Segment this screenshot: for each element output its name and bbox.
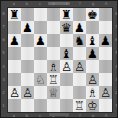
chess-board: ♜♜♚♟♛♟♟♟♞♝♟♝♟♗♙♙♘♖♙♙♙♕♗♙♖♔: [7, 7, 113, 113]
square-c8[interactable]: [34, 8, 47, 21]
square-c6[interactable]: ♟: [34, 34, 47, 47]
white-pawn-g3[interactable]: ♙: [87, 73, 98, 85]
rank-label-8-left: 8: [1, 7, 6, 20]
white-bishop-d4[interactable]: ♗: [48, 60, 59, 72]
square-c3[interactable]: ♘: [34, 73, 47, 86]
square-g1[interactable]: ♔: [86, 99, 99, 112]
black-rook-a8[interactable]: ♜: [9, 8, 20, 20]
rank-label-6-left: 6: [1, 34, 6, 47]
square-g3[interactable]: ♙: [86, 73, 99, 86]
white-queen-d2[interactable]: ♕: [48, 86, 59, 98]
square-h3[interactable]: [99, 73, 112, 86]
square-f6[interactable]: ♞: [73, 34, 86, 47]
black-knight-f6[interactable]: ♞: [74, 34, 85, 46]
square-b8[interactable]: [21, 8, 34, 21]
rank-label-5-left: 5: [1, 47, 6, 60]
square-d2[interactable]: ♕: [47, 86, 60, 99]
square-b1[interactable]: [21, 99, 34, 112]
file-label-g-top: g: [87, 2, 100, 6]
white-pawn-f4[interactable]: ♙: [74, 60, 85, 72]
square-b6[interactable]: [21, 34, 34, 47]
square-e3[interactable]: [60, 73, 73, 86]
square-c1[interactable]: [34, 99, 47, 112]
square-f3[interactable]: [73, 73, 86, 86]
square-e7[interactable]: ♛: [60, 21, 73, 34]
square-a3[interactable]: [8, 73, 21, 86]
square-e4[interactable]: ♙: [60, 60, 73, 73]
file-label-c-top: c: [34, 2, 47, 6]
black-pawn-b7[interactable]: ♟: [22, 21, 33, 33]
square-h4[interactable]: [99, 60, 112, 73]
white-pawn-a2[interactable]: ♙: [9, 86, 20, 98]
square-f5[interactable]: [73, 47, 86, 60]
file-label-g-bottom: g: [87, 114, 100, 118]
square-g8[interactable]: ♚: [86, 8, 99, 21]
file-label-f-bottom: f: [73, 114, 86, 118]
square-d3[interactable]: ♖: [47, 73, 60, 86]
file-label-d-top: d: [47, 2, 60, 6]
square-a5[interactable]: [8, 47, 21, 60]
square-h1[interactable]: [99, 99, 112, 112]
black-pawn-g5[interactable]: ♟: [87, 47, 98, 59]
square-h2[interactable]: ♙: [99, 86, 112, 99]
square-b3[interactable]: [21, 73, 34, 86]
rank-label-3-left: 3: [1, 73, 6, 86]
rank-label-1-left: 1: [1, 100, 6, 113]
white-pawn-h2[interactable]: ♙: [100, 86, 111, 98]
square-a8[interactable]: ♜: [8, 8, 21, 21]
black-pawn-c6[interactable]: ♟: [35, 34, 46, 46]
square-d8[interactable]: [47, 8, 60, 21]
rank-label-7-right: 7: [114, 20, 118, 33]
square-b5[interactable]: [21, 47, 34, 60]
black-king-g8[interactable]: ♚: [87, 8, 98, 20]
black-pawn-h6[interactable]: ♟: [100, 34, 111, 46]
square-d4[interactable]: ♗: [47, 60, 60, 73]
black-rook-e8[interactable]: ♜: [61, 8, 72, 20]
white-bishop-g2[interactable]: ♗: [87, 86, 98, 98]
square-h7[interactable]: [99, 21, 112, 34]
file-label-c-bottom: c: [34, 114, 47, 118]
file-label-a-bottom: a: [7, 114, 20, 118]
rank-label-2-left: 2: [1, 87, 6, 100]
square-f8[interactable]: [73, 8, 86, 21]
square-e5[interactable]: ♝: [60, 47, 73, 60]
square-h5[interactable]: [99, 47, 112, 60]
white-rook-f1[interactable]: ♖: [74, 99, 85, 111]
square-a1[interactable]: [8, 99, 21, 112]
square-e1[interactable]: [60, 99, 73, 112]
square-g7[interactable]: [86, 21, 99, 34]
square-a2[interactable]: ♙: [8, 86, 21, 99]
rank-label-1-right: 1: [114, 100, 118, 113]
square-f4[interactable]: ♙: [73, 60, 86, 73]
square-a6[interactable]: ♟: [8, 34, 21, 47]
square-g2[interactable]: ♗: [86, 86, 99, 99]
white-knight-c3[interactable]: ♘: [35, 73, 46, 85]
square-h6[interactable]: ♟: [99, 34, 112, 47]
rank-label-4-left: 4: [1, 60, 6, 73]
bottom-border-watermark: [49, 113, 69, 116]
square-f2[interactable]: [73, 86, 86, 99]
black-bishop-g6[interactable]: ♝: [87, 34, 98, 46]
square-a4[interactable]: [8, 60, 21, 73]
square-c7[interactable]: [34, 21, 47, 34]
square-d7[interactable]: [47, 21, 60, 34]
square-e8[interactable]: ♜: [60, 8, 73, 21]
rank-label-6-right: 6: [114, 34, 118, 47]
rank-label-3-right: 3: [114, 73, 118, 86]
black-pawn-a6[interactable]: ♟: [9, 34, 20, 46]
square-f7[interactable]: ♟: [73, 21, 86, 34]
square-c2[interactable]: [34, 86, 47, 99]
file-label-b-bottom: b: [20, 114, 33, 118]
file-label-a-top: a: [7, 2, 20, 6]
square-d5[interactable]: [47, 47, 60, 60]
square-d1[interactable]: [47, 99, 60, 112]
white-king-g1[interactable]: ♔: [87, 99, 98, 111]
square-c4[interactable]: [34, 60, 47, 73]
square-d6[interactable]: [47, 34, 60, 47]
file-label-f-top: f: [73, 2, 86, 6]
black-bishop-e5[interactable]: ♝: [61, 47, 72, 59]
white-rook-d3[interactable]: ♖: [48, 73, 59, 85]
black-pawn-f7[interactable]: ♟: [74, 21, 85, 33]
rank-label-4-right: 4: [114, 60, 118, 73]
square-g6[interactable]: ♝: [86, 34, 99, 47]
square-f1[interactable]: ♖: [73, 99, 86, 112]
square-a7[interactable]: [8, 21, 21, 34]
rank-label-7-left: 7: [1, 20, 6, 33]
square-b7[interactable]: ♟: [21, 21, 34, 34]
file-label-h-bottom: h: [100, 114, 113, 118]
file-label-e-top: e: [60, 2, 73, 6]
rank-label-2-right: 2: [114, 87, 118, 100]
file-label-b-top: b: [20, 2, 33, 6]
rank-label-8-right: 8: [114, 7, 118, 20]
square-g5[interactable]: ♟: [86, 47, 99, 60]
square-h8[interactable]: [99, 8, 112, 21]
black-queen-e7[interactable]: ♛: [61, 21, 72, 33]
white-pawn-b2[interactable]: ♙: [22, 86, 33, 98]
chess-diagram: ♜♜♚♟♛♟♟♟♞♝♟♝♟♗♙♙♘♖♙♙♙♕♗♙♖♔ abcdefgh abcd…: [0, 0, 118, 118]
rank-label-5-right: 5: [114, 47, 118, 60]
white-pawn-e4[interactable]: ♙: [61, 60, 72, 72]
square-c5[interactable]: [34, 47, 47, 60]
square-b4[interactable]: [21, 60, 34, 73]
square-e6[interactable]: [60, 34, 73, 47]
square-g4[interactable]: [86, 60, 99, 73]
file-label-h-top: h: [100, 2, 113, 6]
square-e2[interactable]: [60, 86, 73, 99]
square-b2[interactable]: ♙: [21, 86, 34, 99]
